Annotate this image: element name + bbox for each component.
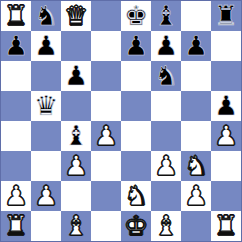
black-rook[interactable]: ♜ [214, 2, 238, 29]
square-f8[interactable]: ♝ [151, 1, 181, 31]
square-c8[interactable]: ♛ [61, 1, 91, 31]
black-pawn[interactable]: ♟ [214, 92, 238, 119]
square-g7[interactable]: ♟ [181, 31, 211, 61]
square-b2[interactable]: ♟ [31, 181, 61, 211]
square-a7[interactable]: ♟ [1, 31, 31, 61]
square-c6[interactable]: ♟ [61, 61, 91, 91]
square-d2[interactable] [91, 181, 121, 211]
square-d8[interactable] [91, 1, 121, 31]
square-f4[interactable] [151, 121, 181, 151]
square-c7[interactable] [61, 31, 91, 61]
white-rook[interactable]: ♜ [4, 212, 28, 239]
square-e2[interactable]: ♞ [121, 181, 151, 211]
square-b5[interactable]: ♛ [31, 91, 61, 121]
white-knight[interactable]: ♞ [184, 152, 208, 179]
square-f1[interactable]: ♝ [151, 211, 181, 241]
square-e8[interactable]: ♚ [121, 1, 151, 31]
square-f5[interactable] [151, 91, 181, 121]
square-g4[interactable] [181, 121, 211, 151]
square-a3[interactable] [1, 151, 31, 181]
square-e3[interactable] [121, 151, 151, 181]
black-queen[interactable]: ♛ [34, 92, 58, 119]
square-a2[interactable]: ♟ [1, 181, 31, 211]
square-e7[interactable]: ♟ [121, 31, 151, 61]
square-g8[interactable] [181, 1, 211, 31]
white-pawn[interactable]: ♟ [94, 122, 118, 149]
black-pawn[interactable]: ♟ [154, 32, 178, 59]
square-f7[interactable]: ♟ [151, 31, 181, 61]
square-g5[interactable] [181, 91, 211, 121]
square-a6[interactable] [1, 61, 31, 91]
square-d6[interactable] [91, 61, 121, 91]
white-bishop[interactable]: ♝ [64, 212, 88, 239]
square-e4[interactable] [121, 121, 151, 151]
square-g6[interactable] [181, 61, 211, 91]
black-pawn[interactable]: ♟ [64, 62, 88, 89]
white-pawn[interactable]: ♟ [184, 182, 208, 209]
square-b4[interactable] [31, 121, 61, 151]
square-d5[interactable] [91, 91, 121, 121]
black-king[interactable]: ♚ [124, 2, 148, 29]
white-pawn[interactable]: ♟ [64, 152, 88, 179]
square-b1[interactable] [31, 211, 61, 241]
square-b6[interactable] [31, 61, 61, 91]
square-g1[interactable] [181, 211, 211, 241]
square-f6[interactable]: ♞ [151, 61, 181, 91]
square-h4[interactable]: ♟ [211, 121, 241, 151]
square-c2[interactable] [61, 181, 91, 211]
white-knight[interactable]: ♞ [124, 182, 148, 209]
square-h8[interactable]: ♜ [211, 1, 241, 31]
black-pawn[interactable]: ♟ [124, 32, 148, 59]
white-pawn[interactable]: ♟ [4, 182, 28, 209]
white-rook[interactable]: ♜ [214, 212, 238, 239]
black-bishop[interactable]: ♝ [64, 122, 88, 149]
square-h3[interactable] [211, 151, 241, 181]
black-knight[interactable]: ♞ [154, 62, 178, 89]
white-pawn[interactable]: ♟ [154, 152, 178, 179]
square-c3[interactable]: ♟ [61, 151, 91, 181]
square-h5[interactable]: ♟ [211, 91, 241, 121]
white-pawn[interactable]: ♟ [214, 122, 238, 149]
square-c4[interactable]: ♝ [61, 121, 91, 151]
black-bishop[interactable]: ♝ [154, 2, 178, 29]
white-queen[interactable]: ♛ [64, 2, 88, 29]
square-d1[interactable] [91, 211, 121, 241]
square-c5[interactable] [61, 91, 91, 121]
square-e6[interactable] [121, 61, 151, 91]
square-g3[interactable]: ♞ [181, 151, 211, 181]
black-pawn[interactable]: ♟ [34, 32, 58, 59]
white-bishop[interactable]: ♝ [154, 212, 178, 239]
square-b7[interactable]: ♟ [31, 31, 61, 61]
square-g2[interactable]: ♟ [181, 181, 211, 211]
black-knight[interactable]: ♞ [34, 2, 58, 29]
square-d3[interactable] [91, 151, 121, 181]
white-king[interactable]: ♚ [124, 212, 148, 239]
black-pawn[interactable]: ♟ [4, 32, 28, 59]
square-a4[interactable] [1, 121, 31, 151]
square-a1[interactable]: ♜ [1, 211, 31, 241]
white-rook[interactable]: ♜ [4, 2, 28, 29]
square-c1[interactable]: ♝ [61, 211, 91, 241]
chess-board: ♜♞♛♚♝♜♟♟♟♟♟♟♞♛♟♝♟♟♟♟♞♟♟♞♟♜♝♚♝♜ [0, 0, 242, 242]
square-h2[interactable] [211, 181, 241, 211]
square-d4[interactable]: ♟ [91, 121, 121, 151]
square-f3[interactable]: ♟ [151, 151, 181, 181]
square-a5[interactable] [1, 91, 31, 121]
square-a8[interactable]: ♜ [1, 1, 31, 31]
square-b8[interactable]: ♞ [31, 1, 61, 31]
square-e1[interactable]: ♚ [121, 211, 151, 241]
square-d7[interactable] [91, 31, 121, 61]
square-h7[interactable] [211, 31, 241, 61]
square-f2[interactable] [151, 181, 181, 211]
square-e5[interactable] [121, 91, 151, 121]
square-h1[interactable]: ♜ [211, 211, 241, 241]
square-h6[interactable] [211, 61, 241, 91]
black-pawn[interactable]: ♟ [184, 32, 208, 59]
white-pawn[interactable]: ♟ [34, 182, 58, 209]
square-b3[interactable] [31, 151, 61, 181]
